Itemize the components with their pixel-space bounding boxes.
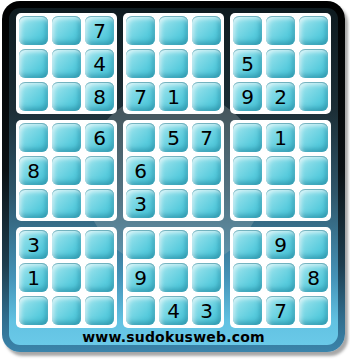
- cell-r5c9[interactable]: [299, 156, 328, 185]
- cell-r8c3[interactable]: [85, 263, 114, 292]
- cell-r4c2[interactable]: [52, 123, 81, 152]
- cell-r5c7[interactable]: [233, 156, 262, 185]
- cell-r4c9[interactable]: [299, 123, 328, 152]
- cell-r5c2[interactable]: [52, 156, 81, 185]
- cell-r9c5[interactable]: 4: [159, 296, 188, 325]
- box-6: 1: [230, 120, 331, 221]
- cell-r4c7[interactable]: [233, 123, 262, 152]
- cell-r3c7[interactable]: 9: [233, 82, 262, 111]
- cell-r2c1[interactable]: [19, 49, 48, 78]
- cell-r3c8[interactable]: 2: [266, 82, 295, 111]
- cell-r5c1[interactable]: 8: [19, 156, 48, 185]
- cell-r1c5[interactable]: [159, 16, 188, 45]
- board-background: 748 71 592 68 5763 1 31 943 987 www.sudo…: [9, 8, 338, 345]
- cell-r4c1[interactable]: [19, 123, 48, 152]
- cell-r1c8[interactable]: [266, 16, 295, 45]
- cell-r7c1[interactable]: 3: [19, 230, 48, 259]
- box-7: 31: [16, 227, 117, 328]
- cell-r9c9[interactable]: [299, 296, 328, 325]
- cell-r2c7[interactable]: 5: [233, 49, 262, 78]
- cell-r8c8[interactable]: [266, 263, 295, 292]
- cell-r3c5[interactable]: 1: [159, 82, 188, 111]
- cell-r9c4[interactable]: [126, 296, 155, 325]
- cell-r6c1[interactable]: [19, 189, 48, 218]
- cell-r6c8[interactable]: [266, 189, 295, 218]
- box-1: 748: [16, 13, 117, 114]
- cell-r8c5[interactable]: [159, 263, 188, 292]
- cell-r6c3[interactable]: [85, 189, 114, 218]
- cell-r3c3[interactable]: 8: [85, 82, 114, 111]
- board-frame: 748 71 592 68 5763 1 31 943 987 www.sudo…: [2, 1, 345, 352]
- cell-r8c4[interactable]: 9: [126, 263, 155, 292]
- cell-r8c1[interactable]: 1: [19, 263, 48, 292]
- cell-r7c2[interactable]: [52, 230, 81, 259]
- cell-r3c6[interactable]: [192, 82, 221, 111]
- cell-r3c9[interactable]: [299, 82, 328, 111]
- cell-r7c7[interactable]: [233, 230, 262, 259]
- cell-r8c6[interactable]: [192, 263, 221, 292]
- cell-r4c8[interactable]: 1: [266, 123, 295, 152]
- cell-r5c6[interactable]: [192, 156, 221, 185]
- box-2: 71: [123, 13, 224, 114]
- cell-r6c7[interactable]: [233, 189, 262, 218]
- cell-r4c5[interactable]: 5: [159, 123, 188, 152]
- cell-r2c3[interactable]: 4: [85, 49, 114, 78]
- cell-r6c4[interactable]: 3: [126, 189, 155, 218]
- cell-r1c2[interactable]: [52, 16, 81, 45]
- cell-r7c4[interactable]: [126, 230, 155, 259]
- cell-r7c8[interactable]: 9: [266, 230, 295, 259]
- cell-r9c8[interactable]: 7: [266, 296, 295, 325]
- cell-r2c4[interactable]: [126, 49, 155, 78]
- box-8: 943: [123, 227, 224, 328]
- cell-r4c3[interactable]: 6: [85, 123, 114, 152]
- cell-r9c6[interactable]: 3: [192, 296, 221, 325]
- cell-r5c5[interactable]: [159, 156, 188, 185]
- cell-r8c9[interactable]: 8: [299, 263, 328, 292]
- cell-r1c6[interactable]: [192, 16, 221, 45]
- box-4: 68: [16, 120, 117, 221]
- cell-r2c5[interactable]: [159, 49, 188, 78]
- cell-r1c4[interactable]: [126, 16, 155, 45]
- cell-r9c2[interactable]: [52, 296, 81, 325]
- box-9: 987: [230, 227, 331, 328]
- cell-r3c4[interactable]: 7: [126, 82, 155, 111]
- cell-r9c3[interactable]: [85, 296, 114, 325]
- cell-r8c2[interactable]: [52, 263, 81, 292]
- cell-r9c1[interactable]: [19, 296, 48, 325]
- box-3: 592: [230, 13, 331, 114]
- cell-r8c7[interactable]: [233, 263, 262, 292]
- site-url: www.sudokusweb.com: [9, 328, 338, 345]
- cell-r1c3[interactable]: 7: [85, 16, 114, 45]
- cell-r5c4[interactable]: 6: [126, 156, 155, 185]
- cell-r1c7[interactable]: [233, 16, 262, 45]
- cell-r1c9[interactable]: [299, 16, 328, 45]
- cell-r5c8[interactable]: [266, 156, 295, 185]
- cell-r4c4[interactable]: [126, 123, 155, 152]
- cell-r7c3[interactable]: [85, 230, 114, 259]
- cell-r6c9[interactable]: [299, 189, 328, 218]
- cell-r1c1[interactable]: [19, 16, 48, 45]
- cell-r2c8[interactable]: [266, 49, 295, 78]
- cell-r6c5[interactable]: [159, 189, 188, 218]
- sudoku-grid: 748 71 592 68 5763 1 31 943 987: [16, 13, 331, 328]
- cell-r6c2[interactable]: [52, 189, 81, 218]
- cell-r4c6[interactable]: 7: [192, 123, 221, 152]
- cell-r2c9[interactable]: [299, 49, 328, 78]
- cell-r3c1[interactable]: [19, 82, 48, 111]
- cell-r2c6[interactable]: [192, 49, 221, 78]
- cell-r2c2[interactable]: [52, 49, 81, 78]
- cell-r3c2[interactable]: [52, 82, 81, 111]
- cell-r7c9[interactable]: [299, 230, 328, 259]
- cell-r9c7[interactable]: [233, 296, 262, 325]
- cell-r5c3[interactable]: [85, 156, 114, 185]
- cell-r7c5[interactable]: [159, 230, 188, 259]
- cell-r7c6[interactable]: [192, 230, 221, 259]
- cell-r6c6[interactable]: [192, 189, 221, 218]
- box-5: 5763: [123, 120, 224, 221]
- sudoku-widget: 748 71 592 68 5763 1 31 943 987 www.sudo…: [0, 0, 350, 360]
